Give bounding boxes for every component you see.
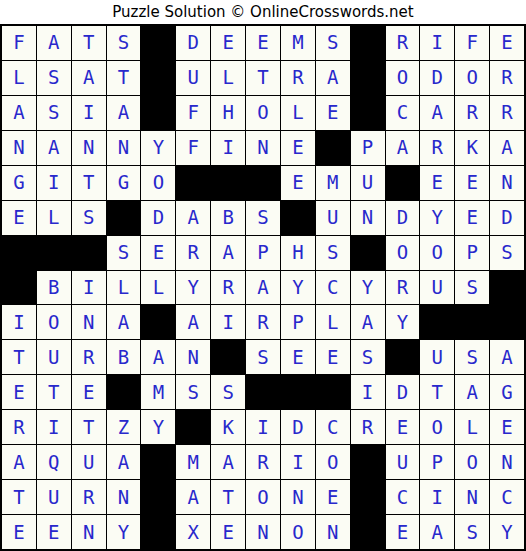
cell-letter: S [466,278,477,297]
cell-letter: I [257,418,268,437]
cell-letter: A [153,348,164,367]
cell-r4c13: R [420,131,454,165]
cell-letter: P [257,243,268,262]
cell-r12c3: T [72,410,106,444]
cell-letter: B [118,348,129,367]
cell-letter: G [13,173,24,192]
cell-r7c10: S [316,236,350,270]
cell-letter: R [432,138,443,157]
cell-letter: N [501,453,512,472]
cell-r10c1: T [2,340,36,374]
block-cell-r6c4 [107,201,141,235]
cell-r3c10: E [316,96,350,130]
cell-letter: L [48,208,59,227]
cell-r12c10: C [316,410,350,444]
cell-letter: A [83,68,94,87]
cell-r14c7: T [211,480,245,514]
cell-letter: R [188,243,199,262]
cell-letter: E [153,243,164,262]
cell-letter: D [501,208,512,227]
cell-r6c8: S [246,201,280,235]
cell-r12c1: R [2,410,36,444]
cell-r9c1: I [2,305,36,339]
cell-r10c2: U [37,340,71,374]
cell-letter: C [501,488,512,507]
cell-letter: X [188,523,199,542]
cell-r7c4: S [107,236,141,270]
block-cell-r10c12 [386,340,420,374]
cell-letter: U [362,173,373,192]
block-cell-r11c4 [107,375,141,409]
cell-letter: A [222,243,233,262]
cell-r13c15: N [490,445,524,479]
cell-r13c8: R [246,445,280,479]
cell-r1c13: I [420,26,454,60]
block-cell-r3c5 [141,96,175,130]
cell-letter: A [188,208,199,227]
cell-letter: T [13,348,24,367]
block-cell-r5c12 [386,166,420,200]
cell-r8c11: Y [351,271,385,305]
cell-r11c3: E [72,375,106,409]
cell-r11c1: E [2,375,36,409]
cell-r3c3: I [72,96,106,130]
cell-letter: R [292,68,303,87]
block-cell-r7c11 [351,236,385,270]
block-cell-r7c3 [72,236,106,270]
cell-r13c1: A [2,445,36,479]
cell-letter: H [292,243,303,262]
cell-letter: E [292,348,303,367]
cell-letter: R [397,278,408,297]
cell-letter: O [292,523,303,542]
cell-r11c6: S [176,375,210,409]
cell-letter: O [48,313,59,332]
cell-r14c13: I [420,480,454,514]
cell-r4c4: N [107,131,141,165]
cell-letter: S [466,523,477,542]
cell-r5c10: M [316,166,350,200]
cell-r10c13: U [420,340,454,374]
cell-letter: C [397,103,408,122]
cell-r15c2: E [37,515,71,549]
cell-r13c14: O [455,445,489,479]
cell-r13c6: M [176,445,210,479]
cell-letter: G [118,173,129,192]
cell-r6c5: D [141,201,175,235]
cell-letter: T [83,173,94,192]
cell-letter: P [432,453,443,472]
cell-letter: C [327,418,338,437]
cell-letter: Y [501,523,512,542]
cell-letter: E [48,523,59,542]
cell-letter: A [257,278,268,297]
cell-letter: S [327,33,338,52]
cell-letter: N [327,523,338,542]
cell-letter: E [501,418,512,437]
cell-letter: A [327,68,338,87]
cell-letter: I [13,313,24,332]
cell-letter: D [432,68,443,87]
cell-letter: E [292,138,303,157]
cell-letter: S [327,243,338,262]
cell-letter: D [397,208,408,227]
cell-letter: N [83,523,94,542]
cell-letter: A [501,348,512,367]
cell-r2c9: R [281,61,315,95]
cell-letter: A [118,103,129,122]
cell-letter: S [118,33,129,52]
block-cell-r10c7 [211,340,245,374]
cell-r14c4: N [107,480,141,514]
cell-letter: A [48,138,59,157]
cell-letter: D [397,383,408,402]
cell-letter: N [257,523,268,542]
cell-r15c13: A [420,515,454,549]
cell-r13c12: U [386,445,420,479]
cell-letter: O [397,243,408,262]
cell-letter: A [397,138,408,157]
block-cell-r9c13 [420,305,454,339]
cell-r2c13: D [420,61,454,95]
cell-letter: O [327,453,338,472]
cell-r4c11: P [351,131,385,165]
cell-r4c3: N [72,131,106,165]
cell-letter: S [501,243,512,262]
cell-letter: E [327,488,338,507]
cell-letter: R [466,103,477,122]
cell-letter: E [292,173,303,192]
cell-letter: A [13,453,24,472]
cell-r15c14: S [455,515,489,549]
cell-r12c4: Z [107,410,141,444]
cell-letter: Y [188,278,199,297]
cell-letter: I [432,33,443,52]
cell-letter: E [222,523,233,542]
block-cell-r4c10 [316,131,350,165]
cell-r7c13: O [420,236,454,270]
cell-r3c7: H [211,96,245,130]
cell-r11c11: I [351,375,385,409]
cell-r4c7: I [211,131,245,165]
cell-r5c9: E [281,166,315,200]
cell-r9c7: I [211,305,245,339]
cell-r6c11: N [351,201,385,235]
cell-r8c8: A [246,271,280,305]
cell-letter: P [362,138,373,157]
cell-letter: H [222,103,233,122]
cell-letter: E [257,33,268,52]
cell-r14c2: U [37,480,71,514]
block-cell-r9c5 [141,305,175,339]
cell-r9c6: A [176,305,210,339]
cell-r10c11: S [351,340,385,374]
cell-r12c2: I [37,410,71,444]
cell-r14c8: O [246,480,280,514]
cell-r3c4: A [107,96,141,130]
cell-r5c11: U [351,166,385,200]
cell-r12c5: Y [141,410,175,444]
cell-r4c12: A [386,131,420,165]
cell-r13c9: I [281,445,315,479]
cell-letter: G [501,383,512,402]
cell-r4c6: F [176,131,210,165]
cell-letter: N [188,348,199,367]
block-cell-r3c11 [351,96,385,130]
cell-r12c11: R [351,410,385,444]
cell-letter: P [292,313,303,332]
cell-r9c2: O [37,305,71,339]
cell-letter: R [501,103,512,122]
block-cell-r14c11 [351,480,385,514]
cell-r1c4: S [107,26,141,60]
cell-letter: N [83,313,94,332]
cell-letter: L [466,418,477,437]
cell-letter: O [153,173,164,192]
cell-letter: S [362,348,373,367]
cell-letter: N [362,208,373,227]
block-cell-r8c15 [490,271,524,305]
cell-r1c10: S [316,26,350,60]
cell-letter: F [188,103,199,122]
cell-letter: A [222,453,233,472]
cell-r1c15: E [490,26,524,60]
cell-letter: E [397,418,408,437]
block-cell-r5c6 [176,166,210,200]
cell-letter: E [13,523,24,542]
cell-letter: N [83,138,94,157]
cell-letter: A [13,103,24,122]
cell-letter: Y [118,523,129,542]
cell-r4c1: N [2,131,36,165]
cell-r2c6: U [176,61,210,95]
cell-r9c9: P [281,305,315,339]
block-cell-r11c10 [316,375,350,409]
cell-letter: Y [153,418,164,437]
cell-letter: T [48,383,59,402]
cell-r15c4: Y [107,515,141,549]
cell-letter: A [501,138,512,157]
cell-r15c7: E [211,515,245,549]
crossword-grid: FATSDEEMSRIFELSATULTRAODORASIAFHOLECARRN… [0,24,526,551]
block-cell-r7c2 [37,236,71,270]
cell-r15c3: N [72,515,106,549]
block-cell-r12c6 [176,410,210,444]
cell-letter: L [327,313,338,332]
cell-r4c9: E [281,131,315,165]
block-cell-r7c1 [2,236,36,270]
cell-r13c10: O [316,445,350,479]
cell-r11c5: M [141,375,175,409]
cell-r4c8: N [246,131,280,165]
cell-r8c6: Y [176,271,210,305]
cell-letter: L [153,278,164,297]
cell-r1c6: D [176,26,210,60]
cell-r8c5: L [141,271,175,305]
cell-letter: T [83,33,94,52]
cell-letter: T [432,383,443,402]
cell-letter: T [257,68,268,87]
cell-r12c7: K [211,410,245,444]
cell-r1c2: A [37,26,71,60]
cell-r9c8: R [246,305,280,339]
cell-letter: K [466,138,477,157]
cell-letter: S [257,348,268,367]
cell-r13c7: A [211,445,245,479]
cell-letter: E [13,383,24,402]
cell-r6c3: S [72,201,106,235]
cell-r6c2: L [37,201,71,235]
cell-r15c1: E [2,515,36,549]
cell-letter: R [397,33,408,52]
cell-r5c14: E [455,166,489,200]
cell-letter: R [362,418,373,437]
cell-letter: O [257,488,268,507]
cell-letter: A [466,383,477,402]
cell-letter: E [83,383,94,402]
cell-r9c12: Y [386,305,420,339]
cell-letter: K [222,418,233,437]
cell-letter: L [13,68,24,87]
cell-letter: N [13,138,24,157]
cell-letter: E [327,348,338,367]
cell-letter: I [48,418,59,437]
cell-letter: P [466,243,477,262]
cell-r5c4: G [107,166,141,200]
cell-r6c6: A [176,201,210,235]
cell-r14c9: N [281,480,315,514]
cell-letter: Y [153,138,164,157]
block-cell-r11c9 [281,375,315,409]
cell-r6c10: U [316,201,350,235]
cell-letter: I [48,173,59,192]
cell-letter: M [292,33,303,52]
cell-letter: Y [397,313,408,332]
cell-letter: A [362,313,373,332]
cell-letter: S [222,383,233,402]
cell-r4c15: A [490,131,524,165]
cell-letter: T [222,488,233,507]
cell-r10c10: E [316,340,350,374]
cell-letter: I [83,278,94,297]
cell-letter: U [48,348,59,367]
cell-r3c8: O [246,96,280,130]
cell-r9c3: N [72,305,106,339]
cell-r3c2: S [37,96,71,130]
cell-letter: O [397,68,408,87]
cell-r1c3: T [72,26,106,60]
cell-letter: N [292,488,303,507]
cell-letter: I [362,383,373,402]
cell-letter: L [118,278,129,297]
cell-r5c1: G [2,166,36,200]
cell-r12c8: I [246,410,280,444]
cell-letter: U [432,348,443,367]
block-cell-r2c5 [141,61,175,95]
cell-r9c4: A [107,305,141,339]
cell-r14c14: N [455,480,489,514]
cell-letter: O [432,418,443,437]
cell-r13c2: Q [37,445,71,479]
cell-letter: A [188,313,199,332]
cell-letter: A [118,313,129,332]
block-cell-r13c11 [351,445,385,479]
cell-r10c5: A [141,340,175,374]
block-cell-r15c5 [141,515,175,549]
cell-r15c8: N [246,515,280,549]
cell-letter: E [222,33,233,52]
cell-letter: O [466,68,477,87]
block-cell-r2c11 [351,61,385,95]
cell-letter: S [188,383,199,402]
cell-letter: R [222,278,233,297]
block-cell-r13c5 [141,445,175,479]
block-cell-r5c8 [246,166,280,200]
cell-letter: E [327,103,338,122]
cell-r3c13: A [420,96,454,130]
cell-r4c14: K [455,131,489,165]
cell-r1c12: R [386,26,420,60]
cell-r7c12: O [386,236,420,270]
cell-letter: R [13,418,24,437]
cell-letter: S [48,68,59,87]
cell-r5c13: E [420,166,454,200]
cell-letter: E [397,523,408,542]
cell-letter: Z [118,418,129,437]
cell-r5c5: O [141,166,175,200]
cell-r6c13: Y [420,201,454,235]
cell-r7c8: P [246,236,280,270]
cell-letter: I [222,138,233,157]
cell-r12c15: E [490,410,524,444]
block-cell-r9c15 [490,305,524,339]
cell-letter: I [432,488,443,507]
cell-r6c7: B [211,201,245,235]
cell-r7c15: S [490,236,524,270]
cell-r15c9: O [281,515,315,549]
cell-letter: N [118,488,129,507]
cell-letter: I [222,313,233,332]
cell-r7c14: P [455,236,489,270]
cell-letter: T [83,418,94,437]
cell-letter: N [466,488,477,507]
cell-letter: D [153,208,164,227]
cell-letter: S [118,243,129,262]
cell-r7c6: R [176,236,210,270]
cell-r14c3: R [72,480,106,514]
cell-r5c15: N [490,166,524,200]
cell-letter: U [432,278,443,297]
cell-r7c7: A [211,236,245,270]
cell-letter: C [327,278,338,297]
cell-letter: U [83,453,94,472]
cell-r7c9: H [281,236,315,270]
block-cell-r14c5 [141,480,175,514]
cell-letter: L [292,103,303,122]
cell-r8c13: U [420,271,454,305]
cell-r9c10: L [316,305,350,339]
cell-r5c3: T [72,166,106,200]
cell-r1c14: F [455,26,489,60]
cell-letter: T [13,488,24,507]
cell-letter: A [432,523,443,542]
cell-letter: U [327,208,338,227]
cell-r11c13: T [420,375,454,409]
block-cell-r5c7 [211,166,245,200]
block-cell-r11c8 [246,375,280,409]
cell-r8c7: R [211,271,245,305]
cell-r15c6: X [176,515,210,549]
